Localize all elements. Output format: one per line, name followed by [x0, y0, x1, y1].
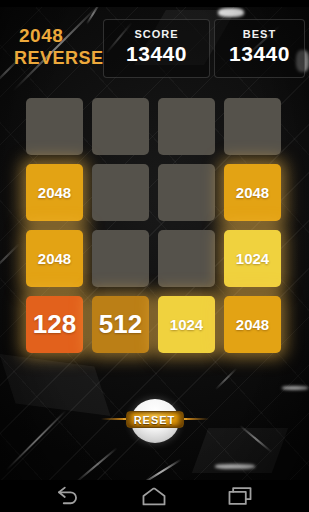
best-value: 13440 — [215, 42, 304, 66]
reset-line-left — [101, 418, 126, 420]
tile-r1c3-empty — [158, 98, 215, 155]
best-label: BEST — [215, 28, 304, 40]
reset-button[interactable]: RESET — [95, 399, 215, 445]
tile-r2c2-empty — [92, 164, 149, 221]
reset-label: RESET — [126, 411, 184, 428]
tile-r1c4-empty — [224, 98, 281, 155]
tile-r2c1-2048: 2048 — [26, 164, 83, 221]
tile-r1c1-empty — [26, 98, 83, 155]
score-value: 13440 — [104, 42, 209, 66]
recents-icon — [227, 486, 253, 506]
tile-r3c2-empty — [92, 230, 149, 287]
nav-back-button[interactable] — [54, 485, 84, 507]
title-line-2: REVERSE — [14, 47, 98, 69]
back-icon — [56, 486, 82, 506]
navigation-bar — [0, 480, 309, 512]
tile-r4c3-1024: 1024 — [158, 296, 215, 353]
tile-r2c4-2048: 2048 — [224, 164, 281, 221]
score-label: SCORE — [104, 28, 209, 40]
score-box: SCORE 13440 — [103, 19, 210, 78]
nav-recents-button[interactable] — [225, 485, 255, 507]
tile-r3c3-empty — [158, 230, 215, 287]
best-box: BEST 13440 — [214, 19, 305, 78]
app-title: 2048 REVERSE — [14, 25, 98, 69]
status-bar — [0, 0, 309, 7]
tile-r2c3-empty — [158, 164, 215, 221]
tile-r4c2-512: 512 — [92, 296, 149, 353]
tile-r4c1-128: 128 — [26, 296, 83, 353]
tile-r4c4-2048: 2048 — [224, 296, 281, 353]
tile-r1c2-empty — [92, 98, 149, 155]
nav-home-button[interactable] — [139, 485, 169, 507]
home-icon — [141, 486, 167, 506]
board-grid[interactable]: 204820482048102412851210242048 — [26, 98, 281, 353]
app-screen: 2048 REVERSE SCORE 13440 BEST 13440 2048… — [0, 0, 309, 512]
tile-r3c4-1024: 1024 — [224, 230, 281, 287]
tile-r3c1-2048: 2048 — [26, 230, 83, 287]
title-line-1: 2048 — [14, 25, 98, 47]
reset-line-right — [184, 418, 209, 420]
